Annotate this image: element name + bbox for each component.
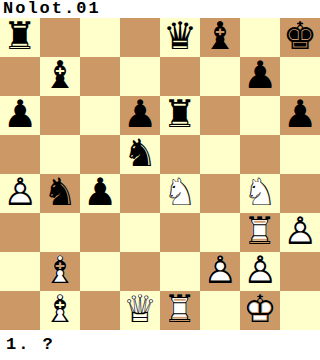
square-b3[interactable] bbox=[40, 213, 80, 252]
square-a4[interactable]: ♟♙ bbox=[0, 174, 40, 213]
black-bishop-piece[interactable]: ♝ bbox=[40, 57, 80, 96]
black-pawn-piece[interactable]: ♟ bbox=[240, 57, 280, 96]
square-a2[interactable] bbox=[0, 252, 40, 291]
square-g2[interactable]: ♟♙ bbox=[240, 252, 280, 291]
square-f4[interactable] bbox=[200, 174, 240, 213]
white-pawn-piece[interactable]: ♟♙ bbox=[280, 213, 320, 252]
black-bishop-piece[interactable]: ♝ bbox=[200, 18, 240, 57]
square-e4[interactable]: ♞♘ bbox=[160, 174, 200, 213]
white-pawn-piece[interactable]: ♟♙ bbox=[200, 252, 240, 291]
white-queen-piece[interactable]: ♛♕ bbox=[120, 291, 160, 330]
square-g7[interactable]: ♟ bbox=[240, 57, 280, 96]
square-a8[interactable]: ♜ bbox=[0, 18, 40, 57]
white-piece-outline: ♔ bbox=[240, 291, 280, 330]
square-b7[interactable]: ♝ bbox=[40, 57, 80, 96]
white-pawn-piece[interactable]: ♟♙ bbox=[240, 252, 280, 291]
square-b4[interactable]: ♞ bbox=[40, 174, 80, 213]
white-piece-outline: ♘ bbox=[160, 174, 200, 213]
square-a7[interactable] bbox=[0, 57, 40, 96]
black-queen-piece[interactable]: ♛ bbox=[160, 18, 200, 57]
square-f8[interactable]: ♝ bbox=[200, 18, 240, 57]
square-a6[interactable]: ♟ bbox=[0, 96, 40, 135]
square-c2[interactable] bbox=[80, 252, 120, 291]
white-knight-piece[interactable]: ♞♘ bbox=[160, 174, 200, 213]
white-piece-outline: ♗ bbox=[40, 291, 80, 330]
square-d3[interactable] bbox=[120, 213, 160, 252]
square-d5[interactable]: ♞ bbox=[120, 135, 160, 174]
square-d4[interactable] bbox=[120, 174, 160, 213]
position-title: Nolot.01 bbox=[0, 0, 320, 18]
square-f3[interactable] bbox=[200, 213, 240, 252]
square-h4[interactable] bbox=[280, 174, 320, 213]
square-b2[interactable]: ♝♗ bbox=[40, 252, 80, 291]
square-b1[interactable]: ♝♗ bbox=[40, 291, 80, 330]
square-a1[interactable] bbox=[0, 291, 40, 330]
square-h8[interactable]: ♚ bbox=[280, 18, 320, 57]
chess-board: ♜♛♝♚♝♟♟♟♜♟♞♟♙♞♟♞♘♞♘♜♖♟♙♝♗♟♙♟♙♝♗♛♕♜♖♚♔ bbox=[0, 18, 320, 330]
square-g5[interactable] bbox=[240, 135, 280, 174]
white-bishop-piece[interactable]: ♝♗ bbox=[40, 252, 80, 291]
white-piece-outline: ♕ bbox=[120, 291, 160, 330]
black-pawn-piece[interactable]: ♟ bbox=[0, 96, 40, 135]
square-c5[interactable] bbox=[80, 135, 120, 174]
black-king-piece[interactable]: ♚ bbox=[280, 18, 320, 57]
white-piece-outline: ♖ bbox=[160, 291, 200, 330]
square-d1[interactable]: ♛♕ bbox=[120, 291, 160, 330]
white-king-piece[interactable]: ♚♔ bbox=[240, 291, 280, 330]
white-pawn-piece[interactable]: ♟♙ bbox=[0, 174, 40, 213]
square-c3[interactable] bbox=[80, 213, 120, 252]
square-h3[interactable]: ♟♙ bbox=[280, 213, 320, 252]
square-c7[interactable] bbox=[80, 57, 120, 96]
square-g4[interactable]: ♞♘ bbox=[240, 174, 280, 213]
square-e1[interactable]: ♜♖ bbox=[160, 291, 200, 330]
square-a3[interactable] bbox=[0, 213, 40, 252]
white-piece-outline: ♙ bbox=[200, 252, 240, 291]
square-e7[interactable] bbox=[160, 57, 200, 96]
square-h2[interactable] bbox=[280, 252, 320, 291]
white-piece-outline: ♗ bbox=[40, 252, 80, 291]
white-bishop-piece[interactable]: ♝♗ bbox=[40, 291, 80, 330]
square-e6[interactable]: ♜ bbox=[160, 96, 200, 135]
square-h5[interactable] bbox=[280, 135, 320, 174]
square-f2[interactable]: ♟♙ bbox=[200, 252, 240, 291]
square-d6[interactable]: ♟ bbox=[120, 96, 160, 135]
square-g8[interactable] bbox=[240, 18, 280, 57]
square-f7[interactable] bbox=[200, 57, 240, 96]
square-e3[interactable] bbox=[160, 213, 200, 252]
white-piece-outline: ♙ bbox=[280, 213, 320, 252]
square-g1[interactable]: ♚♔ bbox=[240, 291, 280, 330]
square-f5[interactable] bbox=[200, 135, 240, 174]
black-pawn-piece[interactable]: ♟ bbox=[80, 174, 120, 213]
black-pawn-piece[interactable]: ♟ bbox=[120, 96, 160, 135]
square-h1[interactable] bbox=[280, 291, 320, 330]
square-h6[interactable]: ♟ bbox=[280, 96, 320, 135]
square-c1[interactable] bbox=[80, 291, 120, 330]
square-e8[interactable]: ♛ bbox=[160, 18, 200, 57]
square-f6[interactable] bbox=[200, 96, 240, 135]
square-e2[interactable] bbox=[160, 252, 200, 291]
square-c6[interactable] bbox=[80, 96, 120, 135]
white-piece-outline: ♖ bbox=[240, 213, 280, 252]
square-a5[interactable] bbox=[0, 135, 40, 174]
square-e5[interactable] bbox=[160, 135, 200, 174]
square-d8[interactable] bbox=[120, 18, 160, 57]
square-b6[interactable] bbox=[40, 96, 80, 135]
white-rook-piece[interactable]: ♜♖ bbox=[160, 291, 200, 330]
white-piece-outline: ♘ bbox=[240, 174, 280, 213]
white-rook-piece[interactable]: ♜♖ bbox=[240, 213, 280, 252]
chess-diagram: Nolot.01 ♜♛♝♚♝♟♟♟♜♟♞♟♙♞♟♞♘♞♘♜♖♟♙♝♗♟♙♟♙♝♗… bbox=[0, 0, 320, 360]
square-d7[interactable] bbox=[120, 57, 160, 96]
move-prompt: 1. ? bbox=[0, 330, 320, 360]
square-c4[interactable]: ♟ bbox=[80, 174, 120, 213]
white-knight-piece[interactable]: ♞♘ bbox=[240, 174, 280, 213]
square-b5[interactable] bbox=[40, 135, 80, 174]
square-h7[interactable] bbox=[280, 57, 320, 96]
black-rook-piece[interactable]: ♜ bbox=[160, 96, 200, 135]
black-pawn-piece[interactable]: ♟ bbox=[280, 96, 320, 135]
square-d2[interactable] bbox=[120, 252, 160, 291]
square-g3[interactable]: ♜♖ bbox=[240, 213, 280, 252]
square-b8[interactable] bbox=[40, 18, 80, 57]
white-piece-outline: ♙ bbox=[0, 174, 40, 213]
black-rook-piece[interactable]: ♜ bbox=[0, 18, 40, 57]
square-f1[interactable] bbox=[200, 291, 240, 330]
square-g6[interactable] bbox=[240, 96, 280, 135]
black-knight-piece[interactable]: ♞ bbox=[40, 174, 80, 213]
square-c8[interactable] bbox=[80, 18, 120, 57]
white-piece-outline: ♙ bbox=[240, 252, 280, 291]
black-knight-piece[interactable]: ♞ bbox=[120, 135, 160, 174]
